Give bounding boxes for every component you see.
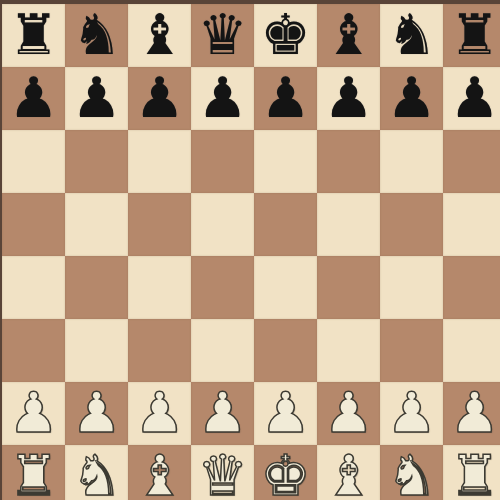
- square-c5[interactable]: [128, 193, 191, 256]
- piece-white-knight[interactable]: ♞: [71, 444, 121, 500]
- piece-white-rook[interactable]: ♜: [449, 444, 499, 500]
- piece-black-rook[interactable]: ♜: [8, 3, 58, 66]
- piece-black-pawn[interactable]: ♟: [260, 66, 310, 129]
- square-c3[interactable]: [128, 319, 191, 382]
- square-d6[interactable]: [191, 130, 254, 193]
- square-d3[interactable]: [191, 319, 254, 382]
- piece-black-pawn[interactable]: ♟: [134, 66, 184, 129]
- piece-white-bishop[interactable]: ♝: [323, 444, 373, 500]
- square-b2[interactable]: ♟: [65, 382, 128, 445]
- chess-board-viewport: ♜♞♝♛♚♝♞♜♟♟♟♟♟♟♟♟♟♟♟♟♟♟♟♟♜♞♝♛♚♝♞♜: [0, 0, 500, 500]
- piece-white-pawn[interactable]: ♟: [197, 381, 247, 444]
- square-d8[interactable]: ♛: [191, 4, 254, 67]
- piece-black-pawn[interactable]: ♟: [449, 66, 499, 129]
- piece-black-queen[interactable]: ♛: [197, 3, 247, 66]
- square-f4[interactable]: [317, 256, 380, 319]
- piece-black-bishop[interactable]: ♝: [323, 3, 373, 66]
- square-a6[interactable]: [2, 130, 65, 193]
- square-b6[interactable]: [65, 130, 128, 193]
- square-d1[interactable]: ♛: [191, 445, 254, 500]
- square-h5[interactable]: [443, 193, 500, 256]
- square-g2[interactable]: ♟: [380, 382, 443, 445]
- square-h6[interactable]: [443, 130, 500, 193]
- piece-black-pawn[interactable]: ♟: [197, 66, 247, 129]
- square-a2[interactable]: ♟: [2, 382, 65, 445]
- square-g6[interactable]: [380, 130, 443, 193]
- square-g4[interactable]: [380, 256, 443, 319]
- piece-white-pawn[interactable]: ♟: [260, 381, 310, 444]
- square-d5[interactable]: [191, 193, 254, 256]
- piece-white-queen[interactable]: ♛: [197, 444, 247, 500]
- piece-black-pawn[interactable]: ♟: [386, 66, 436, 129]
- square-f6[interactable]: [317, 130, 380, 193]
- piece-black-rook[interactable]: ♜: [449, 3, 499, 66]
- chess-board: ♜♞♝♛♚♝♞♜♟♟♟♟♟♟♟♟♟♟♟♟♟♟♟♟♜♞♝♛♚♝♞♜: [2, 4, 500, 500]
- square-c2[interactable]: ♟: [128, 382, 191, 445]
- square-d4[interactable]: [191, 256, 254, 319]
- square-f1[interactable]: ♝: [317, 445, 380, 500]
- square-e5[interactable]: [254, 193, 317, 256]
- square-c4[interactable]: [128, 256, 191, 319]
- square-f2[interactable]: ♟: [317, 382, 380, 445]
- square-b1[interactable]: ♞: [65, 445, 128, 500]
- piece-white-king[interactable]: ♚: [260, 444, 310, 500]
- square-g3[interactable]: [380, 319, 443, 382]
- square-f5[interactable]: [317, 193, 380, 256]
- square-g1[interactable]: ♞: [380, 445, 443, 500]
- square-c7[interactable]: ♟: [128, 67, 191, 130]
- piece-white-pawn[interactable]: ♟: [449, 381, 499, 444]
- square-a5[interactable]: [2, 193, 65, 256]
- square-d2[interactable]: ♟: [191, 382, 254, 445]
- square-g5[interactable]: [380, 193, 443, 256]
- square-e2[interactable]: ♟: [254, 382, 317, 445]
- square-g8[interactable]: ♞: [380, 4, 443, 67]
- piece-black-king[interactable]: ♚: [260, 3, 310, 66]
- square-a1[interactable]: ♜: [2, 445, 65, 500]
- square-e4[interactable]: [254, 256, 317, 319]
- square-e7[interactable]: ♟: [254, 67, 317, 130]
- square-d7[interactable]: ♟: [191, 67, 254, 130]
- square-f8[interactable]: ♝: [317, 4, 380, 67]
- square-h2[interactable]: ♟: [443, 382, 500, 445]
- piece-white-pawn[interactable]: ♟: [386, 381, 436, 444]
- square-e8[interactable]: ♚: [254, 4, 317, 67]
- square-b4[interactable]: [65, 256, 128, 319]
- square-f7[interactable]: ♟: [317, 67, 380, 130]
- square-h1[interactable]: ♜: [443, 445, 500, 500]
- piece-black-pawn[interactable]: ♟: [323, 66, 373, 129]
- piece-white-pawn[interactable]: ♟: [134, 381, 184, 444]
- piece-white-pawn[interactable]: ♟: [8, 381, 58, 444]
- piece-white-pawn[interactable]: ♟: [71, 381, 121, 444]
- square-h8[interactable]: ♜: [443, 4, 500, 67]
- piece-black-pawn[interactable]: ♟: [8, 66, 58, 129]
- square-e6[interactable]: [254, 130, 317, 193]
- square-b7[interactable]: ♟: [65, 67, 128, 130]
- piece-black-knight[interactable]: ♞: [71, 3, 121, 66]
- piece-white-knight[interactable]: ♞: [386, 444, 436, 500]
- square-c1[interactable]: ♝: [128, 445, 191, 500]
- piece-black-knight[interactable]: ♞: [386, 3, 436, 66]
- square-a7[interactable]: ♟: [2, 67, 65, 130]
- square-b5[interactable]: [65, 193, 128, 256]
- square-f3[interactable]: [317, 319, 380, 382]
- square-e1[interactable]: ♚: [254, 445, 317, 500]
- piece-white-pawn[interactable]: ♟: [323, 381, 373, 444]
- piece-white-bishop[interactable]: ♝: [134, 444, 184, 500]
- square-h4[interactable]: [443, 256, 500, 319]
- square-c6[interactable]: [128, 130, 191, 193]
- piece-white-rook[interactable]: ♜: [8, 444, 58, 500]
- square-a8[interactable]: ♜: [2, 4, 65, 67]
- square-a4[interactable]: [2, 256, 65, 319]
- square-e3[interactable]: [254, 319, 317, 382]
- square-b8[interactable]: ♞: [65, 4, 128, 67]
- square-h7[interactable]: ♟: [443, 67, 500, 130]
- square-b3[interactable]: [65, 319, 128, 382]
- piece-black-pawn[interactable]: ♟: [71, 66, 121, 129]
- square-a3[interactable]: [2, 319, 65, 382]
- square-g7[interactable]: ♟: [380, 67, 443, 130]
- square-c8[interactable]: ♝: [128, 4, 191, 67]
- piece-black-bishop[interactable]: ♝: [134, 3, 184, 66]
- square-h3[interactable]: [443, 319, 500, 382]
